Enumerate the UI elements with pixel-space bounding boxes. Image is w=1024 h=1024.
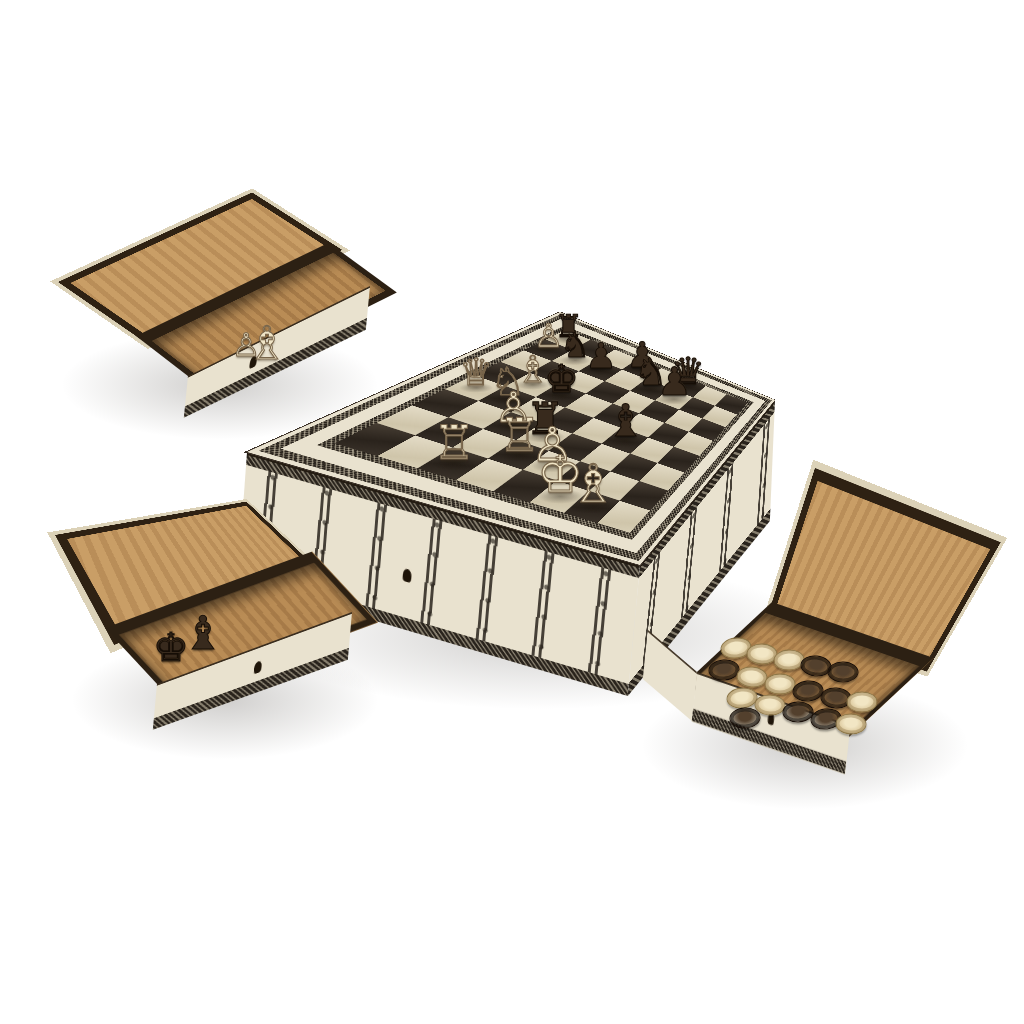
piece-white-rook-c1[interactable]: ♖ (433, 420, 475, 467)
draughts-piece-dark[interactable] (827, 661, 858, 683)
spare-piece-white-1[interactable]: ♙ (232, 329, 261, 361)
piece-black-pawn-f7[interactable]: ♟ (657, 363, 692, 402)
spare-piece-black-1[interactable]: ♚ (153, 627, 189, 667)
photo-scene: ♜♙♞♟♟♗♛♕♞♚♟♘♙♜♝♖♖♙♔♗♗♙♝♚ (0, 0, 1024, 1024)
piece-white-queen-a4[interactable]: ♕ (459, 353, 493, 391)
piece-white-bishop-g1[interactable]: ♗ (569, 458, 616, 511)
box-keyhole (254, 660, 263, 674)
piece-black-pawn-c7[interactable]: ♟ (585, 338, 617, 373)
draughts-piece-light[interactable] (765, 674, 796, 695)
piece-black-bishop-f4[interactable]: ♝ (606, 400, 646, 444)
